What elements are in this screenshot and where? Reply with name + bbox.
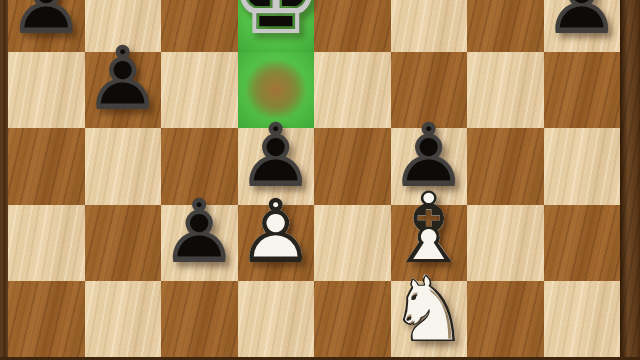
chess-app-viewport: ♟♙♚♔♟♙♟♙♟♙♟♙♟♙♟♙♝♗♞♘	[0, 0, 640, 360]
square-b2[interactable]	[85, 205, 162, 282]
square-b3[interactable]	[85, 128, 162, 205]
black-pawn-piece[interactable]: ♟♙	[7, 0, 86, 47]
black-king-glyph-outline-icon: ♔	[229, 0, 322, 49]
square-g1[interactable]	[467, 281, 544, 358]
square-c4[interactable]	[161, 52, 238, 129]
board-frame-left	[0, 0, 8, 360]
square-b4[interactable]: ♟♙	[85, 52, 162, 129]
square-f1[interactable]: ♞♘	[391, 281, 468, 358]
chess-board: ♟♙♚♔♟♙♟♙♟♙♟♙♟♙♟♙♝♗♞♘	[8, 0, 620, 358]
square-g4[interactable]	[467, 52, 544, 129]
black-pawn-glyph-outline-icon: ♙	[7, 0, 86, 47]
black-pawn-piece[interactable]: ♟♙	[160, 188, 239, 276]
square-h1[interactable]	[544, 281, 621, 358]
black-pawn-glyph-outline-icon: ♙	[542, 0, 621, 47]
black-pawn-glyph-outline-icon: ♙	[160, 188, 239, 276]
square-d2[interactable]: ♟♙	[238, 205, 315, 282]
square-e2[interactable]	[314, 205, 391, 282]
square-e1[interactable]	[314, 281, 391, 358]
square-a5[interactable]: ♟♙	[8, 0, 85, 52]
square-c2[interactable]: ♟♙	[161, 205, 238, 282]
square-a2[interactable]	[8, 205, 85, 282]
square-h5[interactable]: ♟♙	[544, 0, 621, 52]
square-h2[interactable]	[544, 205, 621, 282]
square-a4[interactable]	[8, 52, 85, 129]
square-e3[interactable]	[314, 128, 391, 205]
square-e5[interactable]	[314, 0, 391, 52]
board-frame-right	[620, 0, 640, 360]
square-d5[interactable]: ♚♔	[238, 0, 315, 52]
black-pawn-piece[interactable]: ♟♙	[542, 0, 621, 47]
square-a3[interactable]	[8, 128, 85, 205]
square-g2[interactable]	[467, 205, 544, 282]
square-f5[interactable]	[391, 0, 468, 52]
white-pawn-piece[interactable]: ♟♙	[236, 188, 315, 276]
square-c1[interactable]	[161, 281, 238, 358]
black-pawn-glyph-outline-icon: ♙	[83, 35, 162, 123]
black-king-piece[interactable]: ♚♔	[229, 0, 322, 49]
white-knight-glyph-outline-icon: ♘	[388, 264, 470, 356]
square-h3[interactable]	[544, 128, 621, 205]
white-knight-piece[interactable]: ♞♘	[388, 264, 470, 356]
square-g5[interactable]	[467, 0, 544, 52]
square-h4[interactable]	[544, 52, 621, 129]
square-e4[interactable]	[314, 52, 391, 129]
square-a1[interactable]	[8, 281, 85, 358]
square-d1[interactable]	[238, 281, 315, 358]
white-pawn-glyph-outline-icon: ♙	[236, 188, 315, 276]
square-b1[interactable]	[85, 281, 162, 358]
square-c5[interactable]	[161, 0, 238, 52]
black-pawn-piece[interactable]: ♟♙	[83, 35, 162, 123]
square-g3[interactable]	[467, 128, 544, 205]
